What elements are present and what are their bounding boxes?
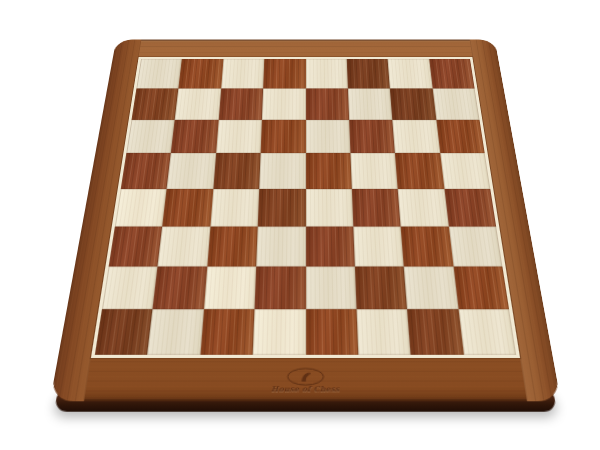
square-g7 — [390, 89, 436, 120]
square-c1 — [200, 309, 254, 355]
square-c6 — [216, 120, 262, 153]
square-f8 — [347, 59, 390, 89]
square-b3 — [158, 226, 210, 266]
board-side-edge — [54, 387, 557, 412]
square-c5 — [213, 153, 261, 188]
playing-field — [91, 57, 520, 358]
square-e7 — [306, 89, 350, 120]
square-e6 — [306, 120, 351, 153]
square-b7 — [175, 89, 221, 120]
square-f2 — [355, 266, 408, 309]
square-h2 — [453, 266, 509, 309]
square-e4 — [306, 189, 354, 227]
square-c8 — [221, 59, 264, 89]
square-b6 — [171, 120, 218, 153]
square-f3 — [353, 226, 404, 266]
square-b5 — [167, 153, 216, 188]
board-perspective-wrapper: House of Chess — [50, 39, 561, 401]
square-g6 — [393, 120, 440, 153]
square-d6 — [261, 120, 306, 153]
square-f5 — [350, 153, 398, 188]
square-f1 — [356, 309, 410, 355]
square-d3 — [256, 226, 305, 266]
square-h5 — [440, 153, 490, 188]
square-h7 — [432, 89, 479, 120]
square-e3 — [306, 226, 355, 266]
square-g5 — [395, 153, 444, 188]
square-c7 — [218, 89, 263, 120]
square-c3 — [207, 226, 258, 266]
brand-logo-text: House of Chess — [271, 386, 340, 394]
square-g3 — [401, 226, 453, 266]
square-e8 — [306, 59, 348, 89]
square-b1 — [147, 309, 203, 355]
square-h6 — [436, 120, 485, 153]
square-d1 — [253, 309, 306, 355]
square-h4 — [444, 189, 496, 227]
square-d7 — [262, 89, 306, 120]
square-c2 — [204, 266, 257, 309]
square-a7 — [131, 89, 178, 120]
square-f6 — [349, 120, 395, 153]
square-e1 — [306, 309, 359, 355]
square-a3 — [109, 226, 163, 266]
square-f7 — [348, 89, 393, 120]
square-b8 — [179, 59, 224, 89]
square-d5 — [259, 153, 305, 188]
square-a2 — [102, 266, 158, 309]
square-h3 — [448, 226, 502, 266]
square-d8 — [263, 59, 305, 89]
photo-canvas: House of Chess — [0, 0, 600, 450]
square-g4 — [398, 189, 449, 227]
square-c4 — [210, 189, 259, 227]
square-h8 — [429, 59, 475, 89]
square-a5 — [121, 153, 171, 188]
square-a6 — [126, 120, 175, 153]
square-b2 — [153, 266, 207, 309]
square-a8 — [136, 59, 182, 89]
square-d2 — [255, 266, 306, 309]
square-g2 — [404, 266, 458, 309]
chess-board: House of Chess — [50, 39, 561, 401]
square-a1 — [95, 309, 153, 355]
square-h1 — [458, 309, 516, 355]
square-g8 — [388, 59, 433, 89]
square-e2 — [306, 266, 357, 309]
square-g1 — [407, 309, 463, 355]
square-e5 — [306, 153, 352, 188]
knight-head-logo-icon — [286, 368, 326, 386]
square-b4 — [163, 189, 214, 227]
square-d4 — [258, 189, 306, 227]
square-f4 — [352, 189, 401, 227]
square-a4 — [115, 189, 167, 227]
